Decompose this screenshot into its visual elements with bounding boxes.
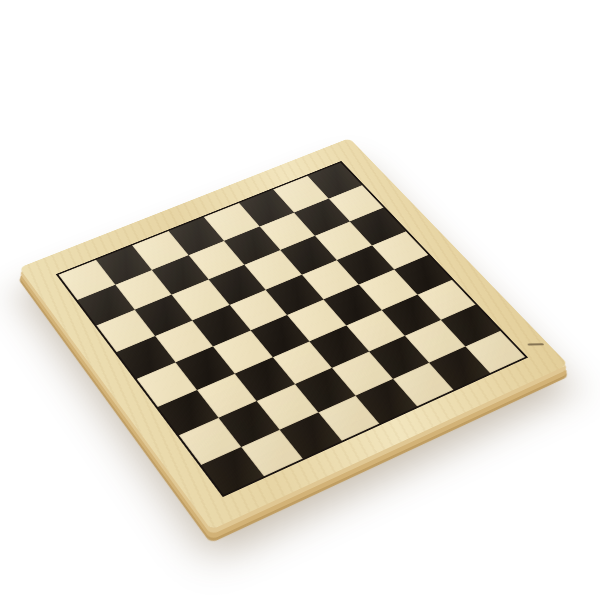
photo-scene — [0, 0, 600, 600]
chess-set-photo — [0, 0, 600, 600]
chess-board — [19, 138, 568, 530]
board-frame-line — [56, 161, 528, 497]
board-latch-notch — [528, 343, 545, 345]
board-grid — [58, 163, 525, 495]
square-a6 — [97, 310, 155, 352]
